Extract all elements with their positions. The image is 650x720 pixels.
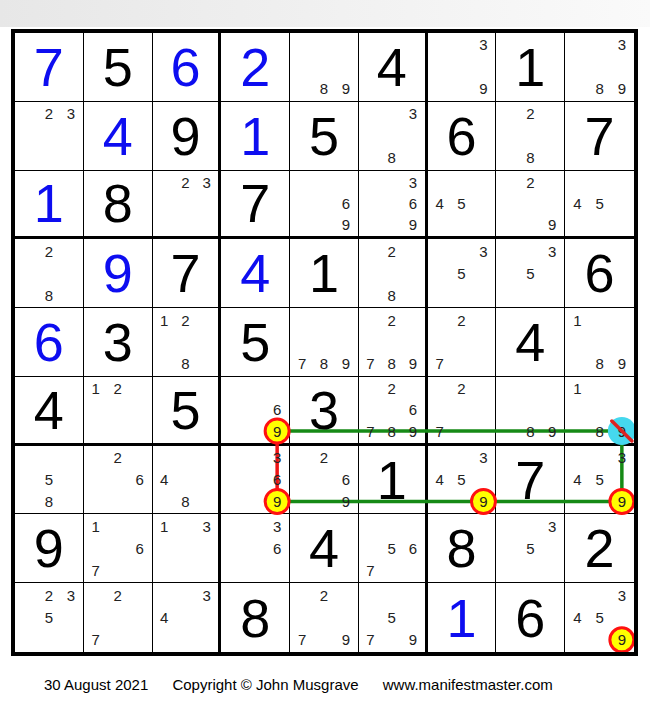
pencil-slot-empty xyxy=(222,447,244,469)
pencil-slot-empty xyxy=(497,103,519,125)
pencil-mark-9: 9 xyxy=(402,629,423,651)
given-digit: 2 xyxy=(585,521,615,575)
pencil-slot-empty xyxy=(381,172,402,193)
pencil-slot-empty xyxy=(566,78,588,100)
cell-r5c2[interactable]: 3 xyxy=(84,308,153,377)
cell-r2c2[interactable]: 4 xyxy=(84,102,153,171)
pencil-slot-empty xyxy=(313,214,335,235)
pencil-mark-2: 2 xyxy=(313,584,335,606)
pencil-mark-5: 5 xyxy=(588,193,610,214)
pencil-slot-empty xyxy=(497,214,519,235)
cell-r7c6[interactable]: 1 xyxy=(359,446,428,515)
pencil-slot-empty xyxy=(451,447,473,469)
pencil-slot-empty xyxy=(16,103,38,125)
pencil-mark-8: 8 xyxy=(381,147,402,169)
pencil-slot-empty xyxy=(107,491,129,513)
pencil-grid: 269 xyxy=(291,447,357,513)
cell-r8c9[interactable]: 2 xyxy=(565,514,634,583)
pencil-slot-empty xyxy=(244,378,266,399)
pencil-mark-9: 9 xyxy=(611,491,633,513)
solved-digit-blue: 1 xyxy=(240,109,270,163)
cell-r4c7[interactable]: 35 xyxy=(428,239,497,308)
cell-r8c4[interactable]: 36 xyxy=(221,514,290,583)
pencil-slot-empty xyxy=(381,214,402,235)
window-top-band xyxy=(0,0,650,27)
pencil-slot-empty xyxy=(291,172,313,193)
pencil-slot-empty xyxy=(291,331,313,353)
cell-r4c8[interactable]: 35 xyxy=(496,239,565,308)
pencil-mark-4: 4 xyxy=(566,193,588,214)
pencil-slot-empty xyxy=(381,629,402,651)
pencil-mark-2: 2 xyxy=(38,240,60,262)
cell-r5c8[interactable]: 4 xyxy=(496,308,565,377)
pencil-slot-empty xyxy=(154,491,175,513)
cell-r7c4[interactable]: 369 xyxy=(221,446,290,515)
pencil-slot-empty xyxy=(291,309,313,331)
pencil-mark-3: 3 xyxy=(266,447,288,469)
pencil-grid: 3459 xyxy=(566,447,633,513)
cell-r4c4[interactable]: 4 xyxy=(221,239,290,308)
pencil-slot-empty xyxy=(381,193,402,214)
pencil-slot-empty xyxy=(541,537,563,559)
pencil-slot-empty xyxy=(566,447,588,469)
cell-r7c8[interactable]: 7 xyxy=(496,446,565,515)
cell-r4c5[interactable]: 1 xyxy=(290,239,359,308)
pencil-mark-9: 9 xyxy=(335,491,357,513)
pencil-mark-8: 8 xyxy=(588,353,610,375)
pencil-slot-empty xyxy=(291,34,313,56)
pencil-mark-3: 3 xyxy=(541,515,563,537)
cell-r7c1[interactable]: 58 xyxy=(15,446,84,515)
cell-r9c2[interactable]: 27 xyxy=(84,583,153,652)
pencil-slot-empty xyxy=(107,399,129,420)
pencil-slot-empty xyxy=(497,262,519,284)
pencil-slot-empty xyxy=(588,491,610,513)
pencil-slot-empty xyxy=(497,537,519,559)
pencil-slot-empty xyxy=(402,147,423,169)
pencil-slot-empty xyxy=(360,606,381,628)
pencil-slot-empty xyxy=(222,378,244,399)
pencil-mark-7: 7 xyxy=(429,353,451,375)
pencil-grid: 167 xyxy=(85,515,151,581)
pencil-slot-empty xyxy=(360,172,381,193)
cell-r4c2[interactable]: 9 xyxy=(84,239,153,308)
pencil-mark-3: 3 xyxy=(473,34,495,56)
pencil-slot-empty xyxy=(291,56,313,78)
cell-r3c4[interactable]: 7 xyxy=(221,171,290,240)
cell-r1c1[interactable]: 7 xyxy=(15,33,84,102)
pencil-mark-1: 1 xyxy=(566,309,588,331)
pencil-slot-empty xyxy=(473,284,495,306)
pencil-slot-empty xyxy=(244,420,266,441)
cell-r7c9[interactable]: 3459 xyxy=(565,446,634,515)
pencil-slot-empty xyxy=(175,447,196,469)
pencil-grid: 3459 xyxy=(566,584,633,651)
pencil-slot-empty xyxy=(473,399,495,420)
pencil-slot-empty xyxy=(154,172,175,193)
pencil-slot-empty xyxy=(360,193,381,214)
cell-r2c5[interactable]: 5 xyxy=(290,102,359,171)
pencil-slot-empty xyxy=(85,447,107,469)
pencil-mark-8: 8 xyxy=(588,78,610,100)
cell-r5c7[interactable]: 27 xyxy=(428,308,497,377)
pencil-mark-4: 4 xyxy=(154,606,175,628)
cell-r2c4[interactable]: 1 xyxy=(221,102,290,171)
pencil-mark-9: 9 xyxy=(402,420,423,441)
cell-r7c3[interactable]: 48 xyxy=(153,446,222,515)
pencil-mark-2: 2 xyxy=(381,309,402,331)
pencil-slot-empty xyxy=(611,309,633,331)
pencil-slot-empty xyxy=(497,515,519,537)
pencil-slot-empty xyxy=(16,606,38,628)
pencil-mark-3: 3 xyxy=(473,240,495,262)
pencil-slot-empty xyxy=(473,262,495,284)
pencil-slot-empty xyxy=(473,353,495,375)
cell-r2c3[interactable]: 9 xyxy=(153,102,222,171)
pencil-grid: 12 xyxy=(85,378,151,442)
solved-digit-blue: 6 xyxy=(34,315,64,369)
pencil-slot-empty xyxy=(60,469,82,491)
cell-r8c8[interactable]: 35 xyxy=(496,514,565,583)
cell-r3c8[interactable]: 29 xyxy=(496,171,565,240)
pencil-slot-empty xyxy=(429,378,451,399)
pencil-mark-3: 3 xyxy=(266,515,288,537)
pencil-slot-empty xyxy=(38,629,60,651)
cell-r6c4[interactable]: 69 xyxy=(221,377,290,446)
pencil-slot-empty xyxy=(129,491,151,513)
cell-r6c9[interactable]: 189 xyxy=(565,377,634,446)
pencil-slot-empty xyxy=(402,606,423,628)
pencil-slot-empty xyxy=(519,559,541,581)
pencil-slot-empty xyxy=(60,491,82,513)
cell-r8c3[interactable]: 13 xyxy=(153,514,222,583)
pencil-slot-empty xyxy=(429,309,451,331)
pencil-slot-empty xyxy=(497,420,519,441)
given-digit: 5 xyxy=(170,383,200,437)
cell-r5c1[interactable]: 6 xyxy=(15,308,84,377)
pencil-slot-empty xyxy=(196,559,217,581)
cell-r9c9[interactable]: 3459 xyxy=(565,583,634,652)
cell-r6c7[interactable]: 27 xyxy=(428,377,497,446)
cell-r9c8[interactable]: 6 xyxy=(496,583,565,652)
cell-r2c7[interactable]: 6 xyxy=(428,102,497,171)
pencil-mark-2: 2 xyxy=(313,447,335,469)
cell-r8c1[interactable]: 9 xyxy=(15,514,84,583)
pencil-slot-empty xyxy=(129,399,151,420)
pencil-slot-empty xyxy=(402,331,423,353)
pencil-slot-empty xyxy=(154,559,175,581)
pencil-mark-5: 5 xyxy=(451,469,473,491)
pencil-slot-empty xyxy=(107,629,129,651)
pencil-slot-empty xyxy=(360,584,381,606)
cell-r3c3[interactable]: 23 xyxy=(153,171,222,240)
solved-digit-blue: 7 xyxy=(34,40,64,94)
pencil-slot-empty xyxy=(451,172,473,193)
pencil-mark-3: 3 xyxy=(60,584,82,606)
footer-website[interactable]: www.manifestmaster.com xyxy=(383,676,553,693)
cell-r8c7[interactable]: 8 xyxy=(428,514,497,583)
cell-r7c2[interactable]: 26 xyxy=(84,446,153,515)
cell-r2c9[interactable]: 7 xyxy=(565,102,634,171)
pencil-mark-6: 6 xyxy=(266,399,288,420)
cell-r6c1[interactable]: 4 xyxy=(15,377,84,446)
pencil-mark-5: 5 xyxy=(588,469,610,491)
pencil-mark-2: 2 xyxy=(38,103,60,125)
pencil-grid: 389 xyxy=(566,34,633,100)
pencil-mark-2: 2 xyxy=(107,378,129,399)
pencil-slot-empty xyxy=(175,331,196,353)
cell-r1c3[interactable]: 6 xyxy=(153,33,222,102)
pencil-slot-empty xyxy=(451,399,473,420)
pencil-mark-9: 9 xyxy=(402,353,423,375)
cell-r8c5[interactable]: 4 xyxy=(290,514,359,583)
pencil-slot-empty xyxy=(451,240,473,262)
pencil-slot-empty xyxy=(519,125,541,147)
given-digit: 6 xyxy=(447,109,477,163)
pencil-slot-empty xyxy=(16,629,38,651)
pencil-slot-empty xyxy=(429,172,451,193)
cell-r6c6[interactable]: 26789 xyxy=(359,377,428,446)
pencil-slot-empty xyxy=(611,606,633,628)
pencil-slot-empty xyxy=(566,420,588,441)
pencil-slot-empty xyxy=(473,172,495,193)
pencil-slot-empty xyxy=(611,378,633,399)
cell-r3c9[interactable]: 45 xyxy=(565,171,634,240)
cell-r8c6[interactable]: 567 xyxy=(359,514,428,583)
pencil-grid: 27 xyxy=(429,309,495,375)
pencil-mark-5: 5 xyxy=(519,262,541,284)
cell-r1c7[interactable]: 39 xyxy=(428,33,497,102)
pencil-slot-empty xyxy=(566,214,588,235)
pencil-slot-empty xyxy=(196,353,217,375)
pencil-slot-empty xyxy=(154,331,175,353)
cell-r5c4[interactable]: 5 xyxy=(221,308,290,377)
cell-r9c5[interactable]: 279 xyxy=(290,583,359,652)
pencil-slot-empty xyxy=(541,399,563,420)
pencil-mark-5: 5 xyxy=(451,193,473,214)
pencil-slot-empty xyxy=(611,193,633,214)
page: { "game": "sudoku", "position": "7562040… xyxy=(0,0,650,720)
pencil-slot-empty xyxy=(566,331,588,353)
pencil-slot-empty xyxy=(154,584,175,606)
pencil-slot-empty xyxy=(402,284,423,306)
given-digit: 3 xyxy=(309,383,339,437)
pencil-slot-empty xyxy=(85,399,107,420)
cell-r5c3[interactable]: 128 xyxy=(153,308,222,377)
cell-r9c6[interactable]: 579 xyxy=(359,583,428,652)
pencil-mark-2: 2 xyxy=(38,584,60,606)
pencil-slot-empty xyxy=(16,447,38,469)
pencil-mark-1: 1 xyxy=(85,515,107,537)
pencil-slot-empty xyxy=(244,559,266,581)
cell-r1c9[interactable]: 389 xyxy=(565,33,634,102)
pencil-slot-empty xyxy=(360,214,381,235)
cell-r3c7[interactable]: 45 xyxy=(428,171,497,240)
pencil-slot-empty xyxy=(291,584,313,606)
pencil-mark-9: 9 xyxy=(541,420,563,441)
pencil-slot-empty xyxy=(360,331,381,353)
pencil-slot-empty xyxy=(154,537,175,559)
cell-r5c9[interactable]: 189 xyxy=(565,308,634,377)
pencil-slot-empty xyxy=(429,78,451,100)
solved-digit-blue: 2 xyxy=(240,40,270,94)
footer: 30 August 2021 Copyright © John Musgrave… xyxy=(44,676,553,693)
pencil-slot-empty xyxy=(360,284,381,306)
pencil-slot-empty xyxy=(611,214,633,235)
cell-r3c6[interactable]: 369 xyxy=(359,171,428,240)
pencil-slot-empty xyxy=(402,378,423,399)
pencil-grid: 28 xyxy=(360,240,424,306)
pencil-slot-empty xyxy=(60,606,82,628)
cell-r7c7[interactable]: 3459 xyxy=(428,446,497,515)
pencil-mark-9: 9 xyxy=(266,491,288,513)
given-digit: 6 xyxy=(585,246,615,300)
pencil-mark-7: 7 xyxy=(360,420,381,441)
pencil-slot-empty xyxy=(196,447,217,469)
pencil-slot-empty xyxy=(16,491,38,513)
cell-r6c2[interactable]: 12 xyxy=(84,377,153,446)
pencil-slot-empty xyxy=(519,515,541,537)
pencil-slot-empty xyxy=(588,331,610,353)
cell-r9c1[interactable]: 235 xyxy=(15,583,84,652)
pencil-mark-3: 3 xyxy=(60,103,82,125)
cell-r1c5[interactable]: 89 xyxy=(290,33,359,102)
pencil-slot-empty xyxy=(60,447,82,469)
cell-r2c6[interactable]: 38 xyxy=(359,102,428,171)
pencil-slot-empty xyxy=(335,172,357,193)
pencil-mark-7: 7 xyxy=(360,629,381,651)
pencil-slot-empty xyxy=(291,491,313,513)
pencil-mark-9: 9 xyxy=(611,420,633,441)
pencil-mark-3: 3 xyxy=(196,172,217,193)
cell-r6c8[interactable]: 89 xyxy=(496,377,565,446)
pencil-slot-empty xyxy=(60,147,82,169)
given-digit: 9 xyxy=(170,109,200,163)
pencil-mark-3: 3 xyxy=(611,447,633,469)
pencil-slot-empty xyxy=(313,309,335,331)
pencil-slot-empty xyxy=(222,559,244,581)
pencil-grid: 28 xyxy=(16,240,82,306)
pencil-slot-empty xyxy=(222,469,244,491)
pencil-slot-empty xyxy=(16,584,38,606)
pencil-mark-7: 7 xyxy=(85,629,107,651)
cell-r9c4[interactable]: 8 xyxy=(221,583,290,652)
pencil-mark-6: 6 xyxy=(402,537,423,559)
given-digit: 4 xyxy=(377,40,407,94)
pencil-slot-empty xyxy=(107,469,129,491)
pencil-slot-empty xyxy=(473,193,495,214)
pencil-grid: 48 xyxy=(154,447,218,513)
pencil-mark-5: 5 xyxy=(451,262,473,284)
cell-r3c2[interactable]: 8 xyxy=(84,171,153,240)
cell-r1c2[interactable]: 5 xyxy=(84,33,153,102)
cell-r9c3[interactable]: 34 xyxy=(153,583,222,652)
pencil-mark-5: 5 xyxy=(519,537,541,559)
pencil-slot-empty xyxy=(196,193,217,214)
pencil-grid: 45 xyxy=(566,172,633,236)
pencil-slot-empty xyxy=(154,214,175,235)
pencil-slot-empty xyxy=(588,214,610,235)
pencil-slot-empty xyxy=(429,284,451,306)
pencil-mark-7: 7 xyxy=(429,420,451,441)
pencil-slot-empty xyxy=(381,559,402,581)
cell-r4c1[interactable]: 28 xyxy=(15,239,84,308)
cell-r4c6[interactable]: 28 xyxy=(359,239,428,308)
cell-r1c8[interactable]: 1 xyxy=(496,33,565,102)
cell-r2c1[interactable]: 23 xyxy=(15,102,84,171)
cell-r4c3[interactable]: 7 xyxy=(153,239,222,308)
pencil-slot-empty xyxy=(313,34,335,56)
cell-r5c6[interactable]: 2789 xyxy=(359,308,428,377)
pencil-slot-empty xyxy=(60,284,82,306)
cell-r9c7[interactable]: 1 xyxy=(428,583,497,652)
pencil-mark-6: 6 xyxy=(402,399,423,420)
pencil-slot-empty xyxy=(38,125,60,147)
pencil-slot-empty xyxy=(402,125,423,147)
cell-r6c3[interactable]: 5 xyxy=(153,377,222,446)
pencil-grid: 89 xyxy=(497,378,563,442)
pencil-slot-empty xyxy=(175,559,196,581)
pencil-slot-empty xyxy=(360,262,381,284)
cell-r3c1[interactable]: 1 xyxy=(15,171,84,240)
pencil-slot-empty xyxy=(60,629,82,651)
given-digit: 4 xyxy=(34,383,64,437)
pencil-slot-empty xyxy=(541,193,563,214)
pencil-slot-empty xyxy=(381,399,402,420)
pencil-slot-empty xyxy=(360,240,381,262)
cell-r1c4[interactable]: 2 xyxy=(221,33,290,102)
pencil-slot-empty xyxy=(402,309,423,331)
pencil-mark-8: 8 xyxy=(381,353,402,375)
pencil-slot-empty xyxy=(335,584,357,606)
cell-r6c5[interactable]: 3 xyxy=(290,377,359,446)
given-digit: 7 xyxy=(170,246,200,300)
cell-r8c2[interactable]: 167 xyxy=(84,514,153,583)
given-digit: 8 xyxy=(240,591,270,645)
pencil-grid: 2789 xyxy=(360,309,424,375)
pencil-slot-empty xyxy=(85,584,107,606)
cell-r1c6[interactable]: 4 xyxy=(359,33,428,102)
pencil-slot-empty xyxy=(566,353,588,375)
pencil-mark-2: 2 xyxy=(519,172,541,193)
cell-r3c5[interactable]: 69 xyxy=(290,171,359,240)
pencil-slot-empty xyxy=(60,125,82,147)
pencil-slot-empty xyxy=(451,491,473,513)
pencil-grid: 369 xyxy=(222,447,288,513)
cell-r5c5[interactable]: 789 xyxy=(290,308,359,377)
pencil-slot-empty xyxy=(588,172,610,193)
given-digit: 7 xyxy=(585,109,615,163)
pencil-slot-empty xyxy=(429,34,451,56)
pencil-slot-empty xyxy=(266,378,288,399)
pencil-mark-8: 8 xyxy=(313,353,335,375)
cell-r2c8[interactable]: 28 xyxy=(496,102,565,171)
cell-r4c9[interactable]: 6 xyxy=(565,239,634,308)
pencil-slot-empty xyxy=(360,515,381,537)
pencil-mark-8: 8 xyxy=(588,420,610,441)
cell-r7c5[interactable]: 269 xyxy=(290,446,359,515)
pencil-slot-empty xyxy=(541,103,563,125)
pencil-slot-empty xyxy=(588,584,610,606)
pencil-mark-5: 5 xyxy=(38,469,60,491)
pencil-slot-empty xyxy=(85,537,107,559)
pencil-grid: 128 xyxy=(154,309,218,375)
pencil-slot-empty xyxy=(429,331,451,353)
given-digit: 3 xyxy=(103,315,133,369)
pencil-slot-empty xyxy=(196,214,217,235)
pencil-mark-9: 9 xyxy=(473,491,495,513)
pencil-slot-empty xyxy=(154,353,175,375)
